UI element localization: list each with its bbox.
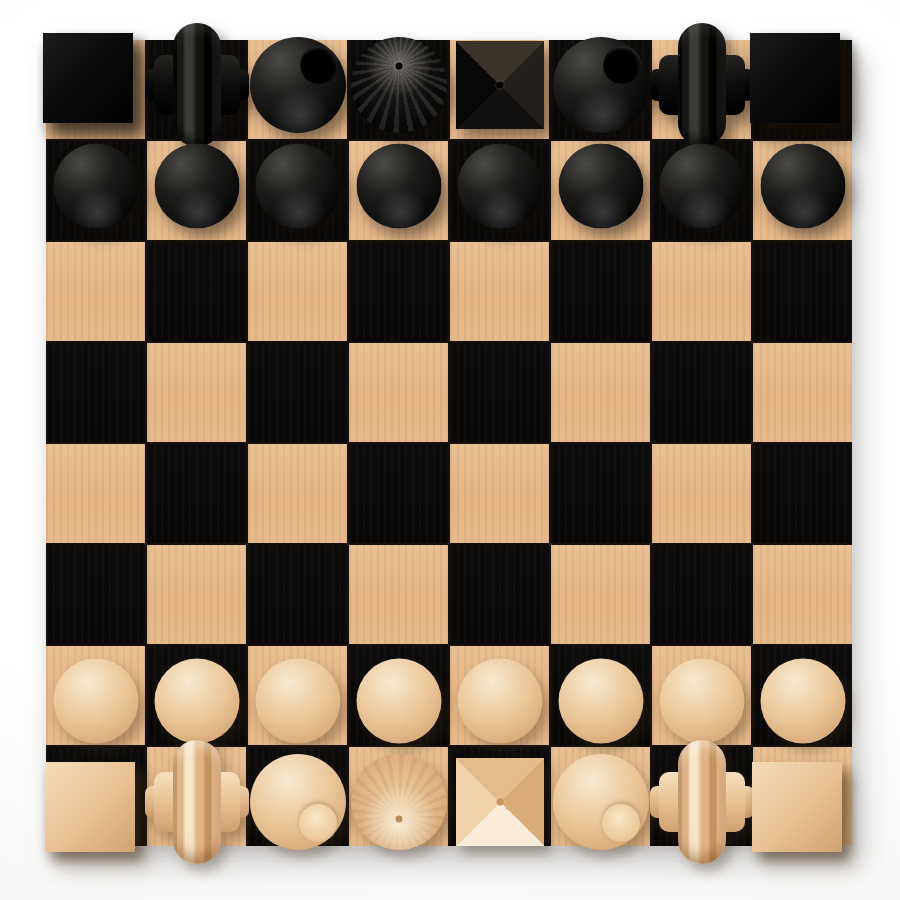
piece-white-rook[interactable] <box>46 747 145 846</box>
piece-white-bishop[interactable] <box>248 747 347 846</box>
chessboard <box>46 40 852 846</box>
square-g1[interactable] <box>652 747 751 846</box>
square-h8[interactable] <box>753 40 852 139</box>
square-h6[interactable] <box>753 242 852 341</box>
square-f1[interactable] <box>551 747 650 846</box>
square-d8[interactable] <box>349 40 448 139</box>
square-e8[interactable] <box>450 40 549 139</box>
square-c7[interactable] <box>248 141 347 240</box>
square-c2[interactable] <box>248 646 347 745</box>
piece-black-pawn[interactable] <box>450 141 549 240</box>
piece-black-knight[interactable] <box>147 40 246 139</box>
square-c8[interactable] <box>248 40 347 139</box>
square-a8[interactable] <box>46 40 145 139</box>
piece-black-rook[interactable] <box>753 40 852 139</box>
square-a1[interactable] <box>46 747 145 846</box>
square-g8[interactable] <box>652 40 751 139</box>
square-d6[interactable] <box>349 242 448 341</box>
piece-black-pawn[interactable] <box>652 141 751 240</box>
piece-black-king[interactable] <box>450 40 549 139</box>
square-e7[interactable] <box>450 141 549 240</box>
square-e6[interactable] <box>450 242 549 341</box>
piece-black-pawn[interactable] <box>551 141 650 240</box>
square-c1[interactable] <box>248 747 347 846</box>
square-g6[interactable] <box>652 242 751 341</box>
piece-black-pawn[interactable] <box>46 141 145 240</box>
square-f7[interactable] <box>551 141 650 240</box>
square-b8[interactable] <box>147 40 246 139</box>
square-h5[interactable] <box>753 343 852 442</box>
square-f4[interactable] <box>551 444 650 543</box>
square-b6[interactable] <box>147 242 246 341</box>
piece-white-queen[interactable] <box>349 747 448 846</box>
square-a3[interactable] <box>46 545 145 644</box>
piece-white-pawn[interactable] <box>147 646 246 745</box>
square-f5[interactable] <box>551 343 650 442</box>
piece-white-bishop[interactable] <box>551 747 650 846</box>
piece-white-pawn[interactable] <box>551 646 650 745</box>
square-f2[interactable] <box>551 646 650 745</box>
piece-black-pawn[interactable] <box>248 141 347 240</box>
square-c6[interactable] <box>248 242 347 341</box>
square-f8[interactable] <box>551 40 650 139</box>
square-d5[interactable] <box>349 343 448 442</box>
piece-white-pawn[interactable] <box>46 646 145 745</box>
piece-black-rook[interactable] <box>46 40 145 139</box>
piece-black-knight[interactable] <box>652 40 751 139</box>
square-b1[interactable] <box>147 747 246 846</box>
square-a5[interactable] <box>46 343 145 442</box>
piece-white-knight[interactable] <box>147 747 246 846</box>
square-g7[interactable] <box>652 141 751 240</box>
piece-black-pawn[interactable] <box>753 141 852 240</box>
square-h3[interactable] <box>753 545 852 644</box>
piece-black-pawn[interactable] <box>147 141 246 240</box>
piece-white-knight[interactable] <box>652 747 751 846</box>
square-b3[interactable] <box>147 545 246 644</box>
piece-white-pawn[interactable] <box>753 646 852 745</box>
square-g4[interactable] <box>652 444 751 543</box>
square-b4[interactable] <box>147 444 246 543</box>
piece-black-bishop[interactable] <box>248 40 347 139</box>
piece-white-pawn[interactable] <box>652 646 751 745</box>
square-e1[interactable] <box>450 747 549 846</box>
piece-black-pawn[interactable] <box>349 141 448 240</box>
square-a4[interactable] <box>46 444 145 543</box>
square-b7[interactable] <box>147 141 246 240</box>
square-g2[interactable] <box>652 646 751 745</box>
piece-white-king[interactable] <box>450 747 549 846</box>
square-g5[interactable] <box>652 343 751 442</box>
square-d2[interactable] <box>349 646 448 745</box>
square-h1[interactable] <box>753 747 852 846</box>
square-f3[interactable] <box>551 545 650 644</box>
square-g3[interactable] <box>652 545 751 644</box>
square-d7[interactable] <box>349 141 448 240</box>
scene <box>0 0 900 900</box>
piece-white-pawn[interactable] <box>248 646 347 745</box>
square-b5[interactable] <box>147 343 246 442</box>
square-c5[interactable] <box>248 343 347 442</box>
square-a2[interactable] <box>46 646 145 745</box>
square-d4[interactable] <box>349 444 448 543</box>
square-e2[interactable] <box>450 646 549 745</box>
square-h2[interactable] <box>753 646 852 745</box>
piece-black-queen[interactable] <box>349 40 448 139</box>
square-d1[interactable] <box>349 747 448 846</box>
square-f6[interactable] <box>551 242 650 341</box>
piece-white-pawn[interactable] <box>349 646 448 745</box>
square-a6[interactable] <box>46 242 145 341</box>
piece-white-pawn[interactable] <box>450 646 549 745</box>
piece-black-bishop[interactable] <box>551 40 650 139</box>
square-e4[interactable] <box>450 444 549 543</box>
square-c3[interactable] <box>248 545 347 644</box>
square-d3[interactable] <box>349 545 448 644</box>
square-b2[interactable] <box>147 646 246 745</box>
square-c4[interactable] <box>248 444 347 543</box>
square-h4[interactable] <box>753 444 852 543</box>
square-a7[interactable] <box>46 141 145 240</box>
piece-white-rook[interactable] <box>753 747 852 846</box>
square-e5[interactable] <box>450 343 549 442</box>
square-h7[interactable] <box>753 141 852 240</box>
square-e3[interactable] <box>450 545 549 644</box>
